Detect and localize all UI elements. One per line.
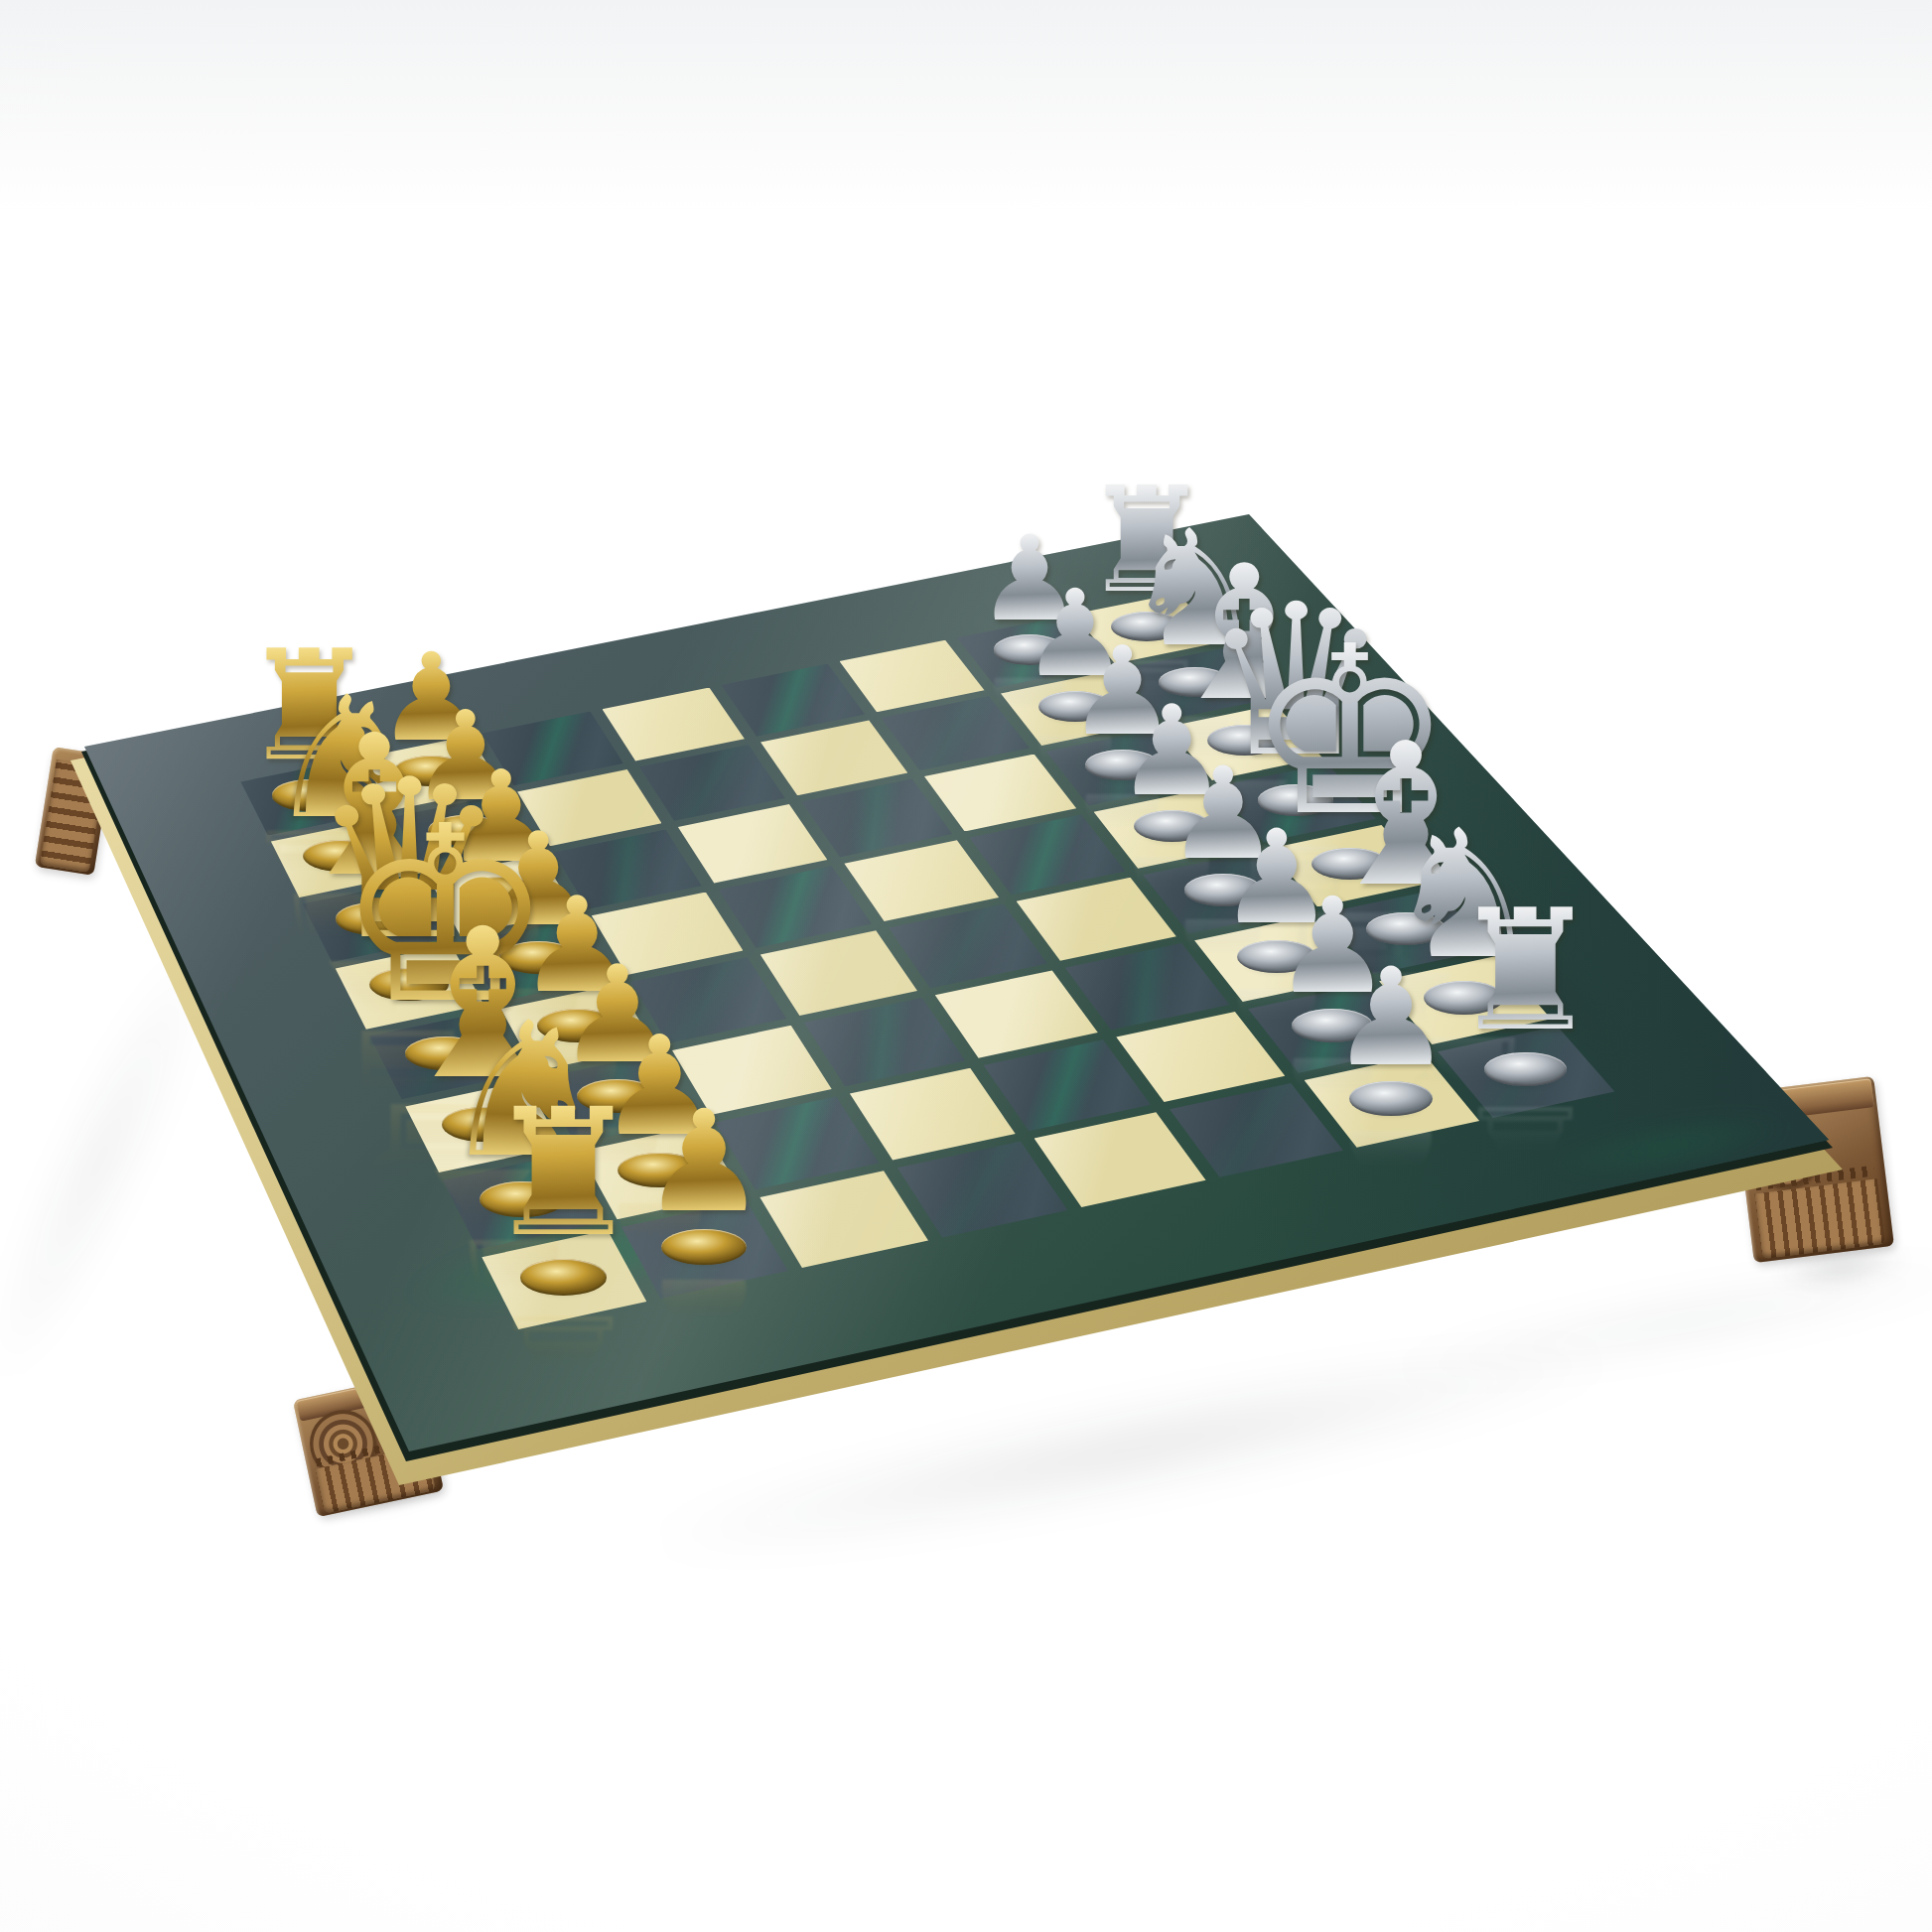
piece-reflection: ♟: [617, 1255, 790, 1332]
piece-reflection: ♟: [1308, 1107, 1475, 1181]
chess-pieces-layer: ♜♜♟♟♞♞♟♟♝♝♟♟♟♟♜♜♛♛♟♟♟♟♞♞♚♚♟♟♟♟♝♝♝♝♟♟♟♟♛♛…: [0, 0, 1932, 1932]
scene: { "scene": { "type": "product-photo", "s…: [0, 0, 1932, 1932]
piece-reflection: ♜: [455, 1286, 673, 1383]
photo-stage: ♜♜♟♟♞♞♟♟♝♝♟♟♟♟♜♜♛♛♟♟♟♟♞♞♚♚♟♟♟♟♝♝♝♝♟♟♟♟♛♛…: [0, 0, 1932, 1932]
piece-reflection: ♜: [1422, 1077, 1629, 1170]
piece-reflection-glyph: ♟: [617, 1255, 790, 1332]
gold-rook-glyph: ♜: [455, 1082, 673, 1265]
piece-reflection-glyph: ♜: [1422, 1077, 1629, 1170]
piece-reflection-glyph: ♜: [455, 1286, 673, 1383]
silver-pawn-glyph: ♟: [1308, 947, 1475, 1088]
piece-reflection-glyph: ♟: [1308, 1107, 1475, 1181]
